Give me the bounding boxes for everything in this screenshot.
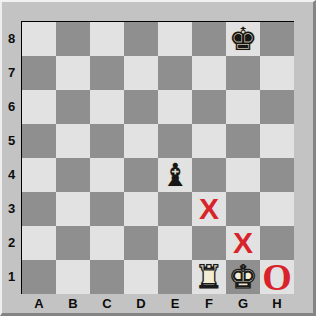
square-e1[interactable]: [158, 260, 192, 294]
black-bishop-piece[interactable]: ♝: [158, 158, 192, 192]
file-label-g: G: [226, 295, 260, 314]
file-label-a: A: [22, 295, 56, 314]
square-b7[interactable]: [56, 56, 90, 90]
square-a5[interactable]: [22, 124, 56, 158]
white-king-piece[interactable]: ♚: [226, 260, 260, 294]
square-h6[interactable]: [260, 90, 294, 124]
square-b6[interactable]: [56, 90, 90, 124]
square-e5[interactable]: [158, 124, 192, 158]
rank-label-4: 4: [2, 158, 21, 192]
square-e3[interactable]: [158, 192, 192, 226]
square-c4[interactable]: [90, 158, 124, 192]
square-d6[interactable]: [124, 90, 158, 124]
square-g4[interactable]: [226, 158, 260, 192]
square-e2[interactable]: [158, 226, 192, 260]
black-king-piece[interactable]: ♚: [226, 22, 260, 56]
square-g5[interactable]: [226, 124, 260, 158]
file-label-d: D: [124, 295, 158, 314]
square-h2[interactable]: [260, 226, 294, 260]
square-d1[interactable]: [124, 260, 158, 294]
square-h1[interactable]: O: [260, 260, 294, 294]
square-d8[interactable]: [124, 22, 158, 56]
square-e6[interactable]: [158, 90, 192, 124]
square-a4[interactable]: [22, 158, 56, 192]
chess-board: ♚♝XX♜♚O: [21, 21, 294, 294]
square-f4[interactable]: [192, 158, 226, 192]
rank-label-6: 6: [2, 90, 21, 124]
square-e8[interactable]: [158, 22, 192, 56]
white-rook-piece[interactable]: ♜: [192, 260, 226, 294]
rank-label-1: 1: [2, 260, 21, 294]
square-c7[interactable]: [90, 56, 124, 90]
square-d3[interactable]: [124, 192, 158, 226]
square-c6[interactable]: [90, 90, 124, 124]
file-label-b: B: [56, 295, 90, 314]
rank-label-7: 7: [2, 56, 21, 90]
file-label-e: E: [158, 295, 192, 314]
square-g6[interactable]: [226, 90, 260, 124]
square-c3[interactable]: [90, 192, 124, 226]
square-a3[interactable]: [22, 192, 56, 226]
file-label-f: F: [192, 295, 226, 314]
mark-x-f3: X: [192, 192, 226, 226]
square-d2[interactable]: [124, 226, 158, 260]
square-g1[interactable]: ♚: [226, 260, 260, 294]
square-f7[interactable]: [192, 56, 226, 90]
square-h5[interactable]: [260, 124, 294, 158]
square-h7[interactable]: [260, 56, 294, 90]
rank-labels: 87654321: [2, 22, 21, 294]
chess-diagram-window: 87654321 ABCDEFGH ♚♝XX♜♚O: [0, 0, 316, 316]
rank-label-8: 8: [2, 22, 21, 56]
square-f5[interactable]: [192, 124, 226, 158]
square-g8[interactable]: ♚: [226, 22, 260, 56]
square-d4[interactable]: [124, 158, 158, 192]
square-b5[interactable]: [56, 124, 90, 158]
square-b2[interactable]: [56, 226, 90, 260]
square-e4[interactable]: ♝: [158, 158, 192, 192]
square-a6[interactable]: [22, 90, 56, 124]
square-a1[interactable]: [22, 260, 56, 294]
rank-label-3: 3: [2, 192, 21, 226]
square-b3[interactable]: [56, 192, 90, 226]
square-f3[interactable]: X: [192, 192, 226, 226]
square-b4[interactable]: [56, 158, 90, 192]
square-c8[interactable]: [90, 22, 124, 56]
mark-x-g2: X: [226, 226, 260, 260]
file-label-c: C: [90, 295, 124, 314]
square-a8[interactable]: [22, 22, 56, 56]
square-b8[interactable]: [56, 22, 90, 56]
square-c2[interactable]: [90, 226, 124, 260]
square-d5[interactable]: [124, 124, 158, 158]
square-c5[interactable]: [90, 124, 124, 158]
mark-o-h1: O: [260, 260, 294, 294]
rank-label-2: 2: [2, 226, 21, 260]
square-f1[interactable]: ♜: [192, 260, 226, 294]
square-g2[interactable]: X: [226, 226, 260, 260]
rank-label-5: 5: [2, 124, 21, 158]
square-g7[interactable]: [226, 56, 260, 90]
square-h4[interactable]: [260, 158, 294, 192]
square-e7[interactable]: [158, 56, 192, 90]
square-h3[interactable]: [260, 192, 294, 226]
square-g3[interactable]: [226, 192, 260, 226]
square-d7[interactable]: [124, 56, 158, 90]
square-h8[interactable]: [260, 22, 294, 56]
square-f8[interactable]: [192, 22, 226, 56]
square-f2[interactable]: [192, 226, 226, 260]
square-b1[interactable]: [56, 260, 90, 294]
square-a2[interactable]: [22, 226, 56, 260]
file-labels: ABCDEFGH: [22, 295, 294, 314]
square-a7[interactable]: [22, 56, 56, 90]
square-c1[interactable]: [90, 260, 124, 294]
square-f6[interactable]: [192, 90, 226, 124]
